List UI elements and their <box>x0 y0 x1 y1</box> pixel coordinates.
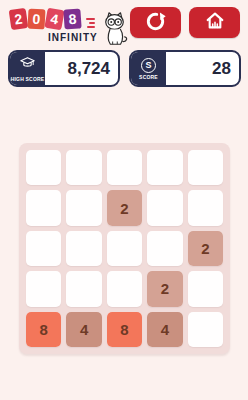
high-score-value: 8,724 <box>45 52 118 85</box>
cell-r3c1 <box>26 231 61 266</box>
logo-tile-4: 4 <box>44 8 64 31</box>
home-icon <box>204 10 226 35</box>
score-s-icon: S <box>141 58 156 73</box>
logo-tile-0: 0 <box>27 9 45 30</box>
logo-tile-8: 8 <box>63 8 81 29</box>
graduation-cap-icon <box>18 55 37 75</box>
cell-r3c5: 2 <box>188 231 223 266</box>
tile-2-r2c3: 2 <box>107 190 142 225</box>
cat-mascot-icon <box>96 9 133 53</box>
score-label: SCORE <box>139 74 158 80</box>
logo-tiles: 2 0 4 8 <box>10 9 81 29</box>
cell-r1c3 <box>107 150 142 185</box>
tile-2-r4c4: 2 <box>147 271 182 306</box>
speed-lines-icon <box>86 16 95 30</box>
cell-r1c4 <box>147 150 182 185</box>
score-panel: S SCORE 28 <box>129 50 241 87</box>
high-score-panel: HIGH SCORE 8,724 <box>8 50 120 87</box>
cell-r5c2: 4 <box>66 312 101 347</box>
cell-r2c1 <box>26 190 61 225</box>
cell-r3c4 <box>147 231 182 266</box>
cell-r3c3 <box>107 231 142 266</box>
tile-8-r5c1: 8 <box>26 312 61 347</box>
high-score-label: HIGH SCORE <box>11 76 45 82</box>
cell-r1c5 <box>188 150 223 185</box>
tile-4-r5c2: 4 <box>66 312 101 347</box>
cell-r4c4: 2 <box>147 271 182 306</box>
cell-r4c3 <box>107 271 142 306</box>
cell-r2c4 <box>147 190 182 225</box>
tile-2-r3c5: 2 <box>188 231 223 266</box>
tile-8-r5c3: 8 <box>107 312 142 347</box>
cell-r5c4: 4 <box>147 312 182 347</box>
logo-tile-2: 2 <box>9 8 29 30</box>
score-badge: S SCORE <box>131 52 166 85</box>
cell-r4c1 <box>26 271 61 306</box>
cell-r1c1 <box>26 150 61 185</box>
cell-r5c5 <box>188 312 223 347</box>
board[interactable]: 2228484 <box>19 143 230 354</box>
cell-r1c2 <box>66 150 101 185</box>
game-logo: 2 0 4 8 INFINITY <box>8 5 130 49</box>
cell-r4c5 <box>188 271 223 306</box>
restart-icon <box>144 10 167 36</box>
cell-r2c5 <box>188 190 223 225</box>
app-screen: 2 0 4 8 INFINITY <box>0 0 248 400</box>
high-score-badge: HIGH SCORE <box>10 52 45 85</box>
cell-r4c2 <box>66 271 101 306</box>
cell-r3c2 <box>66 231 101 266</box>
cell-r2c3: 2 <box>107 190 142 225</box>
tile-4-r5c4: 4 <box>147 312 182 347</box>
cell-r5c1: 8 <box>26 312 61 347</box>
score-value: 28 <box>166 52 239 85</box>
cell-r5c3: 8 <box>107 312 142 347</box>
home-button[interactable] <box>189 7 240 38</box>
restart-button[interactable] <box>130 7 181 38</box>
cell-r2c2 <box>66 190 101 225</box>
logo-subtitle: INFINITY <box>48 32 98 43</box>
